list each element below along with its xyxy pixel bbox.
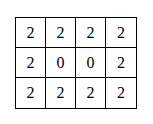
grid-cell: 2 xyxy=(106,48,136,78)
cell-digit: 2 xyxy=(117,55,125,71)
grid-cell: 2 xyxy=(106,78,136,108)
cell-digit: 2 xyxy=(117,25,125,41)
grid-cell: 2 xyxy=(76,78,106,108)
grid-cell: 2 xyxy=(46,78,76,108)
cell-digit: 0 xyxy=(57,55,65,71)
cell-digit: 2 xyxy=(57,25,65,41)
page-background: 222220022222 xyxy=(0,0,153,124)
cell-digit: 2 xyxy=(27,25,35,41)
cell-digit: 2 xyxy=(87,25,95,41)
grid-cell: 2 xyxy=(16,78,46,108)
puzzle-grid: 222220022222 xyxy=(15,17,137,109)
grid-cell: 0 xyxy=(76,48,106,78)
cell-digit: 2 xyxy=(27,55,35,71)
grid-cell: 0 xyxy=(46,48,76,78)
cell-digit: 2 xyxy=(87,85,95,101)
cell-digit: 2 xyxy=(57,85,65,101)
cell-digit: 0 xyxy=(87,55,95,71)
cell-digit: 2 xyxy=(27,85,35,101)
grid-cell: 2 xyxy=(106,18,136,48)
grid-cell: 2 xyxy=(46,18,76,48)
cell-digit: 2 xyxy=(117,85,125,101)
grid-cell: 2 xyxy=(76,18,106,48)
grid-cell: 2 xyxy=(16,48,46,78)
grid-cell: 2 xyxy=(16,18,46,48)
